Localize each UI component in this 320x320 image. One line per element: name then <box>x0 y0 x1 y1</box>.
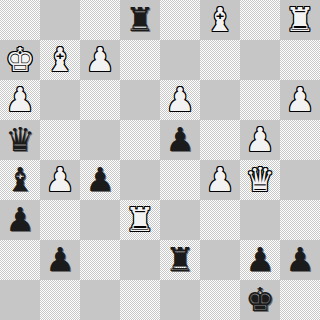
square-e1[interactable] <box>160 280 200 320</box>
square-c4[interactable]: ♟ <box>80 160 120 200</box>
square-b6[interactable] <box>40 80 80 120</box>
square-a5[interactable]: ♛ <box>0 120 40 160</box>
piece-black-pawn[interactable]: ♟ <box>165 120 195 160</box>
square-a3[interactable]: ♟ <box>0 200 40 240</box>
piece-white-pawn[interactable]: ♟ <box>205 160 235 200</box>
square-c2[interactable] <box>80 240 120 280</box>
piece-black-rook[interactable]: ♜ <box>165 240 195 280</box>
square-e6[interactable]: ♟ <box>160 80 200 120</box>
square-g1[interactable]: ♚ <box>240 280 280 320</box>
square-f1[interactable] <box>200 280 240 320</box>
square-b8[interactable] <box>40 0 80 40</box>
piece-white-pawn[interactable]: ♟ <box>5 80 35 120</box>
square-f3[interactable] <box>200 200 240 240</box>
square-e2[interactable]: ♜ <box>160 240 200 280</box>
square-f5[interactable] <box>200 120 240 160</box>
square-f8[interactable]: ♝ <box>200 0 240 40</box>
square-f6[interactable] <box>200 80 240 120</box>
square-b5[interactable] <box>40 120 80 160</box>
square-g3[interactable] <box>240 200 280 240</box>
square-e5[interactable]: ♟ <box>160 120 200 160</box>
square-a6[interactable]: ♟ <box>0 80 40 120</box>
square-h7[interactable] <box>280 40 320 80</box>
square-h3[interactable] <box>280 200 320 240</box>
piece-white-pawn[interactable]: ♟ <box>285 80 315 120</box>
square-b4[interactable]: ♟ <box>40 160 80 200</box>
piece-black-pawn[interactable]: ♟ <box>245 240 275 280</box>
piece-black-pawn[interactable]: ♟ <box>285 240 315 280</box>
square-h8[interactable]: ♜ <box>280 0 320 40</box>
piece-white-rook[interactable]: ♜ <box>285 0 315 40</box>
square-c8[interactable] <box>80 0 120 40</box>
square-a2[interactable] <box>0 240 40 280</box>
piece-white-bishop[interactable]: ♝ <box>45 40 75 80</box>
square-h6[interactable]: ♟ <box>280 80 320 120</box>
piece-white-rook[interactable]: ♜ <box>125 200 155 240</box>
square-c3[interactable] <box>80 200 120 240</box>
square-d1[interactable] <box>120 280 160 320</box>
piece-white-king[interactable]: ♚ <box>5 40 35 80</box>
square-f2[interactable] <box>200 240 240 280</box>
square-b7[interactable]: ♝ <box>40 40 80 80</box>
square-d3[interactable]: ♜ <box>120 200 160 240</box>
square-b1[interactable] <box>40 280 80 320</box>
piece-white-pawn[interactable]: ♟ <box>165 80 195 120</box>
square-c7[interactable]: ♟ <box>80 40 120 80</box>
square-d7[interactable] <box>120 40 160 80</box>
square-a7[interactable]: ♚ <box>0 40 40 80</box>
chess-board: ♜♝♜♚♝♟♟♟♟♛♟♟♝♟♟♟♛♟♜♟♜♟♟♚ <box>0 0 320 320</box>
piece-white-bishop[interactable]: ♝ <box>205 0 235 40</box>
piece-white-queen[interactable]: ♛ <box>245 160 275 200</box>
square-e8[interactable] <box>160 0 200 40</box>
square-e3[interactable] <box>160 200 200 240</box>
piece-black-king[interactable]: ♚ <box>245 280 275 320</box>
square-d2[interactable] <box>120 240 160 280</box>
piece-black-pawn[interactable]: ♟ <box>45 240 75 280</box>
piece-black-pawn[interactable]: ♟ <box>85 160 115 200</box>
square-a8[interactable] <box>0 0 40 40</box>
square-f4[interactable]: ♟ <box>200 160 240 200</box>
square-d6[interactable] <box>120 80 160 120</box>
square-c1[interactable] <box>80 280 120 320</box>
square-h2[interactable]: ♟ <box>280 240 320 280</box>
square-a1[interactable] <box>0 280 40 320</box>
square-h5[interactable] <box>280 120 320 160</box>
square-e7[interactable] <box>160 40 200 80</box>
square-e4[interactable] <box>160 160 200 200</box>
square-g2[interactable]: ♟ <box>240 240 280 280</box>
square-g7[interactable] <box>240 40 280 80</box>
piece-black-queen[interactable]: ♛ <box>5 120 35 160</box>
square-g4[interactable]: ♛ <box>240 160 280 200</box>
piece-black-pawn[interactable]: ♟ <box>5 200 35 240</box>
square-g5[interactable]: ♟ <box>240 120 280 160</box>
piece-white-pawn[interactable]: ♟ <box>45 160 75 200</box>
square-d5[interactable] <box>120 120 160 160</box>
square-b2[interactable]: ♟ <box>40 240 80 280</box>
square-f7[interactable] <box>200 40 240 80</box>
square-h4[interactable] <box>280 160 320 200</box>
square-g8[interactable] <box>240 0 280 40</box>
piece-black-rook[interactable]: ♜ <box>125 0 155 40</box>
piece-white-pawn[interactable]: ♟ <box>245 120 275 160</box>
square-g6[interactable] <box>240 80 280 120</box>
square-a4[interactable]: ♝ <box>0 160 40 200</box>
square-d4[interactable] <box>120 160 160 200</box>
square-d8[interactable]: ♜ <box>120 0 160 40</box>
piece-black-bishop[interactable]: ♝ <box>5 160 35 200</box>
square-c5[interactable] <box>80 120 120 160</box>
square-h1[interactable] <box>280 280 320 320</box>
square-c6[interactable] <box>80 80 120 120</box>
piece-white-pawn[interactable]: ♟ <box>85 40 115 80</box>
square-b3[interactable] <box>40 200 80 240</box>
